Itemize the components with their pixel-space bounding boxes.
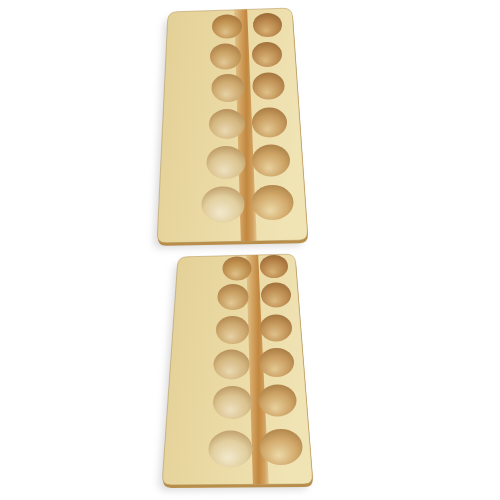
mancala-boards-image (0, 0, 500, 500)
pit-row1-left (223, 257, 252, 281)
pit-row1-right (260, 255, 288, 278)
pit-row1-left (212, 15, 242, 39)
pit-row3-right (260, 315, 292, 342)
pit-row6-right (252, 185, 294, 220)
pit-row5-right (252, 145, 290, 177)
pit-row6-right (260, 429, 303, 465)
mancala-board-top (153, 6, 308, 249)
pit-row3-left (212, 74, 245, 102)
pit-row2-right (261, 283, 291, 308)
pit-row5-left (207, 146, 246, 179)
pit-row4-left (214, 350, 250, 380)
product-photo (0, 0, 500, 500)
pit-row2-left (210, 44, 241, 70)
pit-row2-right (252, 42, 282, 67)
pit-row1-right (253, 13, 282, 37)
pit-row5-right (259, 385, 297, 417)
pit-row6-left (209, 431, 253, 468)
pit-row6-left (202, 187, 245, 223)
pit-row4-right (252, 108, 287, 138)
mancala-board-bottom (159, 252, 313, 491)
pit-row4-left (209, 109, 245, 139)
pit-row5-left (213, 386, 252, 419)
pit-row4-right (259, 348, 294, 377)
pit-row3-right (253, 73, 285, 100)
pit-row2-left (218, 284, 249, 310)
pit-row3-left (216, 316, 249, 344)
